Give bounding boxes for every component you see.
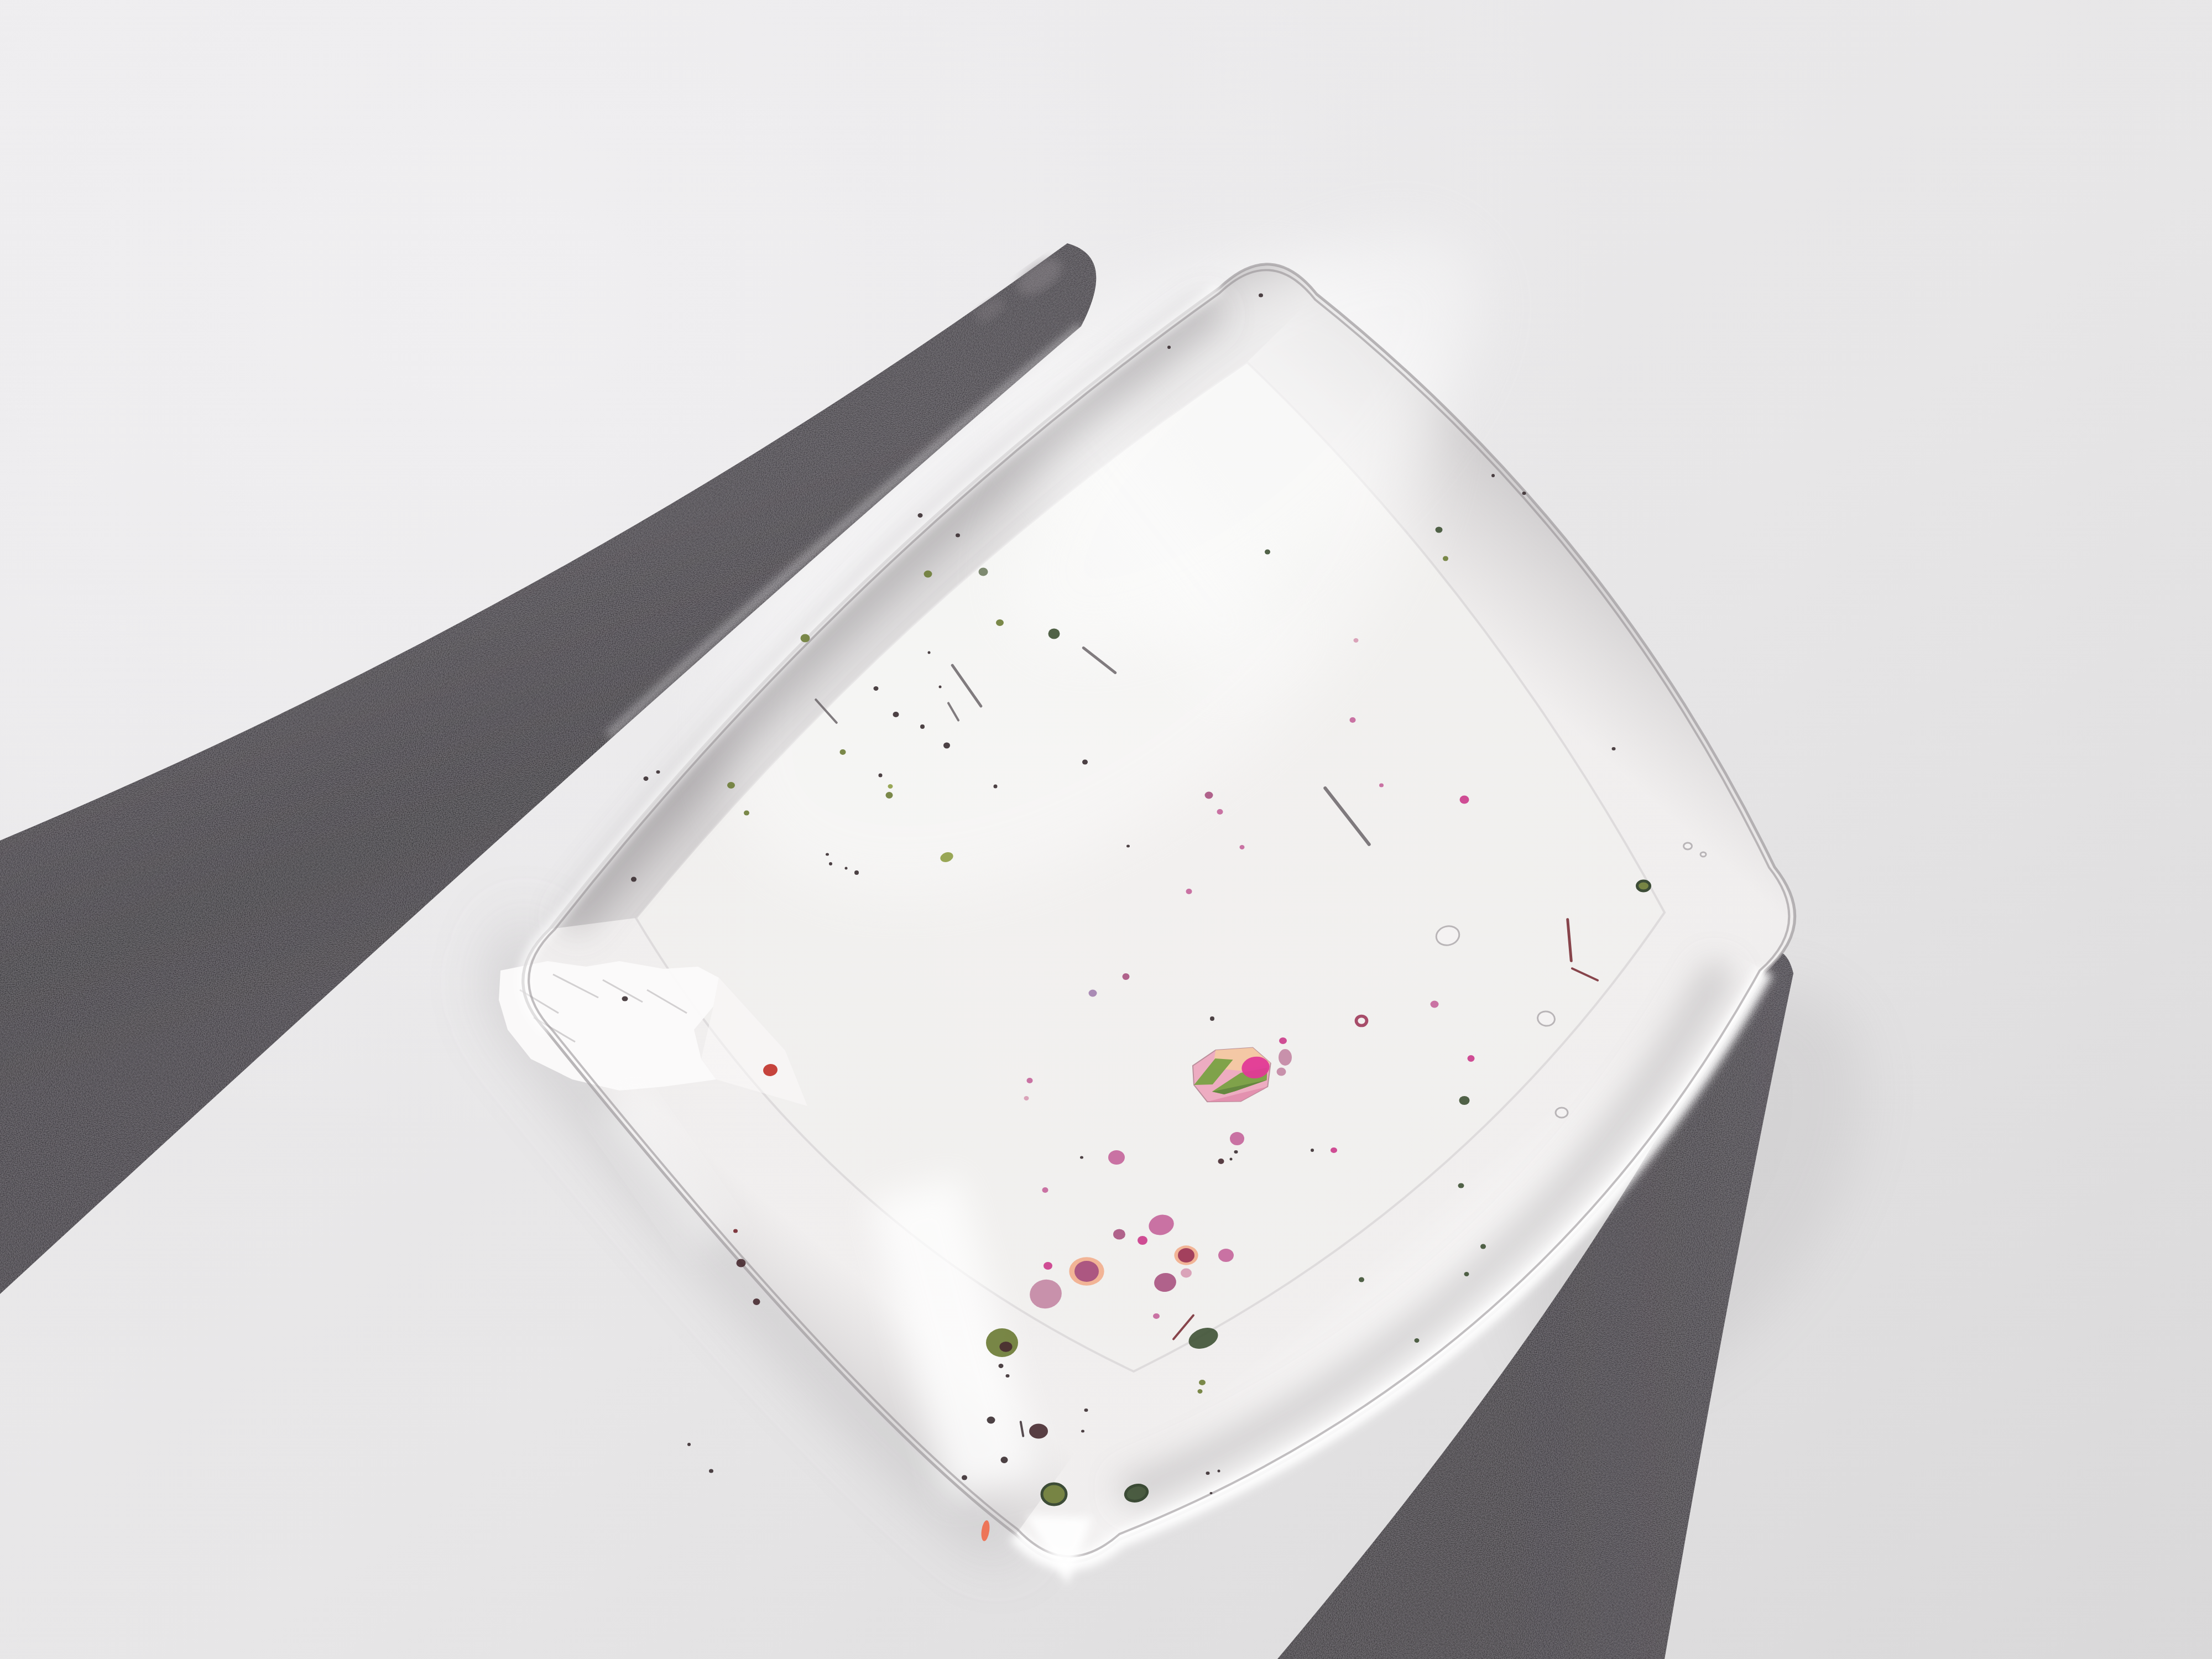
clear-crystal-inclusion — [1556, 1108, 1568, 1118]
dot-inclusion — [1350, 717, 1356, 723]
dot-inclusion — [1480, 1244, 1486, 1249]
dot-inclusion — [840, 749, 846, 755]
dot-inclusion — [928, 651, 931, 654]
dot-inclusion — [996, 619, 1004, 626]
dot-inclusion — [826, 853, 829, 856]
dot-inclusion — [737, 1259, 746, 1267]
dot-inclusion — [987, 1417, 995, 1424]
dot-inclusion — [956, 534, 960, 538]
dot-inclusion — [1210, 1016, 1214, 1021]
dot-inclusion — [1138, 1236, 1147, 1245]
dot-inclusion — [939, 686, 942, 688]
dot-inclusion — [1458, 1183, 1464, 1188]
dot-inclusion — [999, 1364, 1004, 1368]
dot-inclusion — [1230, 1132, 1244, 1145]
dot-inclusion — [1277, 1068, 1286, 1076]
dot-inclusion — [1230, 1158, 1233, 1161]
dot-inclusion — [829, 862, 832, 865]
dot-inclusion — [1181, 1269, 1192, 1278]
dot-inclusion — [1279, 1037, 1287, 1044]
dot-inclusion — [1464, 1272, 1469, 1276]
dot-inclusion — [1198, 1389, 1203, 1394]
dot-inclusion — [943, 743, 950, 749]
dot-inclusion — [1089, 990, 1097, 997]
dot-inclusion — [1259, 294, 1263, 298]
inclusion — [999, 1342, 1012, 1352]
dot-inclusion — [979, 568, 988, 576]
dot-inclusion — [1199, 1380, 1206, 1385]
dot-inclusion — [744, 811, 749, 816]
dot-inclusion — [1082, 760, 1088, 765]
inclusion — [1074, 1261, 1099, 1282]
rimmed-inclusion — [1042, 1484, 1066, 1505]
dot-inclusion — [801, 634, 810, 643]
dot-inclusion — [893, 712, 899, 717]
dot-inclusion — [1153, 1313, 1160, 1319]
dot-inclusion — [1415, 1338, 1420, 1343]
dot-inclusion — [1443, 556, 1448, 561]
dot-inclusion — [1186, 889, 1192, 894]
gem-macro-photo — [0, 0, 2212, 1659]
dot-inclusion — [1080, 1156, 1083, 1159]
dot-inclusion — [644, 776, 649, 781]
halo-inclusion — [1174, 1245, 1198, 1265]
dot-inclusion — [687, 1443, 691, 1446]
dot-inclusion — [920, 724, 925, 729]
dot-inclusion — [1436, 527, 1443, 533]
dot-inclusion — [962, 1475, 967, 1480]
dot-inclusion — [1359, 1277, 1364, 1282]
dot-inclusion — [886, 792, 893, 799]
dot-inclusion — [1431, 1001, 1439, 1008]
cored-inclusion — [986, 1328, 1018, 1357]
dot-inclusion — [879, 774, 883, 778]
dot-inclusion — [1234, 1150, 1238, 1154]
dot-inclusion — [888, 784, 893, 789]
photo-canvas — [0, 0, 2212, 1659]
dot-inclusion — [1081, 1430, 1084, 1433]
dot-inclusion — [1044, 1262, 1052, 1270]
dot-inclusion — [874, 686, 879, 691]
dot-inclusion — [1123, 973, 1130, 980]
dot-inclusion — [845, 867, 848, 870]
dot-inclusion — [733, 1229, 738, 1233]
dot-inclusion — [709, 1469, 713, 1473]
dot-inclusion — [1024, 1096, 1029, 1100]
dot-inclusion — [1311, 1149, 1314, 1152]
dot-inclusion — [1113, 1229, 1125, 1240]
dot-inclusion — [854, 870, 859, 875]
rimmed-inclusion — [1637, 881, 1650, 891]
dot-inclusion — [1206, 1472, 1210, 1475]
dot-inclusion — [1027, 1078, 1033, 1083]
dot-inclusion — [1084, 1408, 1088, 1412]
dot-inclusion — [1265, 550, 1270, 555]
dot-inclusion — [918, 513, 923, 518]
dot-inclusion — [1006, 1374, 1010, 1378]
dot-inclusion — [1468, 1055, 1475, 1062]
dot-inclusion — [1354, 638, 1359, 643]
dot-inclusion — [1612, 747, 1616, 750]
dot-inclusion — [727, 782, 735, 789]
dot-inclusion — [1218, 1159, 1224, 1164]
dot-inclusion — [1218, 1470, 1220, 1473]
halo-inclusion — [1069, 1257, 1104, 1286]
dot-inclusion — [1205, 792, 1213, 799]
dot-inclusion — [1210, 1492, 1213, 1494]
dot-inclusion — [1491, 474, 1495, 477]
dot-inclusion — [656, 770, 660, 774]
dot-inclusion — [1042, 1187, 1048, 1193]
dot-inclusion — [1108, 1150, 1125, 1165]
dot-inclusion — [924, 571, 932, 578]
dot-inclusion — [1379, 784, 1384, 787]
dot-inclusion — [1217, 809, 1223, 815]
clear-crystal-inclusion — [1684, 843, 1692, 849]
dot-inclusion — [1331, 1147, 1337, 1153]
dot-inclusion — [753, 1298, 760, 1305]
dot-inclusion — [1126, 845, 1130, 848]
dot-inclusion — [1522, 492, 1526, 495]
dot-inclusion — [622, 997, 628, 1001]
dot-inclusion — [1029, 1424, 1048, 1439]
dot-inclusion — [1218, 1249, 1234, 1262]
dot-inclusion — [1001, 1457, 1008, 1463]
dot-inclusion — [631, 877, 637, 882]
clear-crystal-inclusion — [1700, 852, 1706, 857]
dot-inclusion — [1460, 796, 1469, 804]
dot-inclusion — [1240, 845, 1245, 849]
dot-inclusion — [994, 785, 998, 789]
dot-inclusion — [1167, 346, 1171, 349]
dot-inclusion — [1459, 1096, 1470, 1105]
inclusion — [1178, 1248, 1194, 1262]
dot-inclusion — [1048, 629, 1060, 639]
dot-inclusion — [1279, 1049, 1292, 1066]
